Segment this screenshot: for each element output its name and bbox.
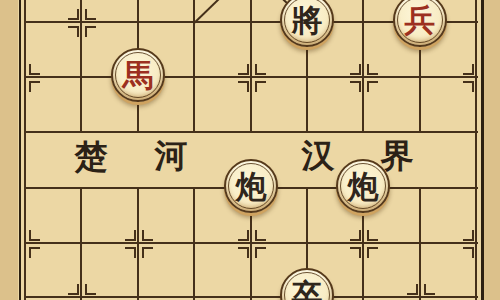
board-border-right — [481, 0, 484, 300]
point-marker — [85, 284, 96, 295]
board-border-left — [19, 0, 22, 300]
point-marker — [29, 64, 40, 75]
point-marker — [142, 230, 153, 241]
piece-glyph: 炮 — [348, 171, 379, 202]
piece-black-cannon-right[interactable]: 炮 — [336, 159, 390, 213]
point-marker — [255, 247, 266, 258]
point-marker — [255, 230, 266, 241]
board-right-margin — [484, 0, 500, 300]
grid-line-file — [475, 0, 477, 300]
point-marker — [125, 247, 136, 258]
point-marker — [367, 247, 378, 258]
piece-black-soldier[interactable]: 卒 — [280, 268, 334, 300]
piece-glyph: 將 — [292, 5, 323, 36]
point-marker — [125, 230, 136, 241]
point-marker — [350, 247, 361, 258]
river-label-jie: 界 — [381, 140, 414, 173]
grid-line-rank — [25, 76, 478, 78]
grid-line-file — [137, 188, 139, 300]
point-marker — [350, 64, 361, 75]
grid-line-file — [362, 0, 364, 132]
point-marker — [463, 64, 474, 75]
grid-line-file — [193, 188, 195, 300]
river-label-chu: 楚 — [75, 141, 108, 174]
grid-line-rank — [25, 131, 478, 133]
piece-glyph: 卒 — [292, 280, 323, 300]
palace-diagonal — [193, 0, 252, 23]
point-marker — [29, 230, 40, 241]
piece-glyph: 炮 — [236, 171, 267, 202]
point-marker — [367, 230, 378, 241]
piece-glyph: 兵 — [405, 5, 436, 36]
point-marker — [424, 284, 435, 295]
point-marker — [350, 230, 361, 241]
point-marker — [68, 26, 79, 37]
piece-black-cannon-left[interactable]: 炮 — [224, 159, 278, 213]
xiangqi-board: 楚 河 汉 界 將兵馬炮炮卒 — [0, 0, 500, 300]
river-label-han: 汉 — [302, 140, 335, 173]
point-marker — [255, 81, 266, 92]
point-marker — [68, 9, 79, 20]
board-left-margin — [0, 0, 18, 300]
grid-line-rank — [25, 242, 478, 244]
river-label-he: 河 — [155, 140, 188, 173]
grid-line-file — [24, 0, 26, 300]
point-marker — [238, 247, 249, 258]
point-marker — [238, 81, 249, 92]
point-marker — [463, 81, 474, 92]
point-marker — [68, 284, 79, 295]
grid-line-file — [80, 0, 82, 132]
grid-line-file — [80, 188, 82, 300]
grid-line-file — [419, 188, 421, 300]
grid-line-file — [250, 0, 252, 132]
piece-glyph: 馬 — [123, 60, 154, 91]
point-marker — [367, 81, 378, 92]
point-marker — [350, 81, 361, 92]
piece-red-soldier[interactable]: 兵 — [393, 0, 447, 47]
point-marker — [367, 64, 378, 75]
point-marker — [29, 247, 40, 258]
point-marker — [238, 64, 249, 75]
point-marker — [463, 247, 474, 258]
point-marker — [85, 9, 96, 20]
point-marker — [238, 230, 249, 241]
point-marker — [463, 230, 474, 241]
grid-line-rank — [25, 296, 478, 298]
point-marker — [29, 81, 40, 92]
point-marker — [407, 284, 418, 295]
point-marker — [85, 26, 96, 37]
piece-black-general[interactable]: 將 — [280, 0, 334, 47]
point-marker — [142, 247, 153, 258]
piece-red-horse[interactable]: 馬 — [111, 48, 165, 102]
point-marker — [255, 64, 266, 75]
